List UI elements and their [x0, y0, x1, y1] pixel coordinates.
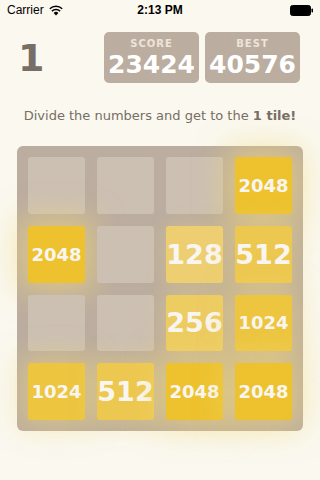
subtitle: Divide the numbers and get to the 1 tile… — [0, 108, 320, 123]
score-box: SCORE 23424 — [104, 32, 199, 83]
tile-2048: 2048 — [28, 226, 85, 283]
tile-128: 128 — [166, 226, 223, 283]
empty-cell — [97, 157, 154, 214]
score-panel: SCORE 23424 BEST 40576 — [104, 32, 300, 83]
tile-1024: 1024 — [28, 363, 85, 420]
empty-cell — [166, 157, 223, 214]
board[interactable]: 204820481285122561024102451220482048 — [17, 146, 303, 431]
best-value: 40576 — [209, 50, 296, 79]
tile-512: 512 — [97, 363, 154, 420]
tile-2048: 2048 — [235, 157, 292, 214]
score-label: SCORE — [130, 37, 173, 50]
page-title: 1 — [18, 32, 44, 84]
score-value: 23424 — [108, 50, 195, 79]
empty-cell — [28, 295, 85, 352]
app-screen: Carrier 2:13 PM 1 SCORE 23424 BEST — [0, 0, 320, 480]
empty-cell — [97, 295, 154, 352]
best-label: BEST — [236, 37, 268, 50]
best-box: BEST 40576 — [205, 32, 300, 83]
status-time: 2:13 PM — [0, 3, 320, 17]
empty-cell — [97, 226, 154, 283]
subtitle-text: Divide the numbers and get to the — [24, 108, 253, 123]
status-bar: Carrier 2:13 PM — [0, 0, 320, 20]
tile-256: 256 — [166, 295, 223, 352]
tile-512: 512 — [235, 226, 292, 283]
tile-2048: 2048 — [235, 363, 292, 420]
subtitle-goal: 1 tile! — [253, 108, 296, 123]
tile-2048: 2048 — [166, 363, 223, 420]
tile-1024: 1024 — [235, 295, 292, 352]
empty-cell — [28, 157, 85, 214]
header: 1 SCORE 23424 BEST 40576 — [0, 20, 320, 84]
